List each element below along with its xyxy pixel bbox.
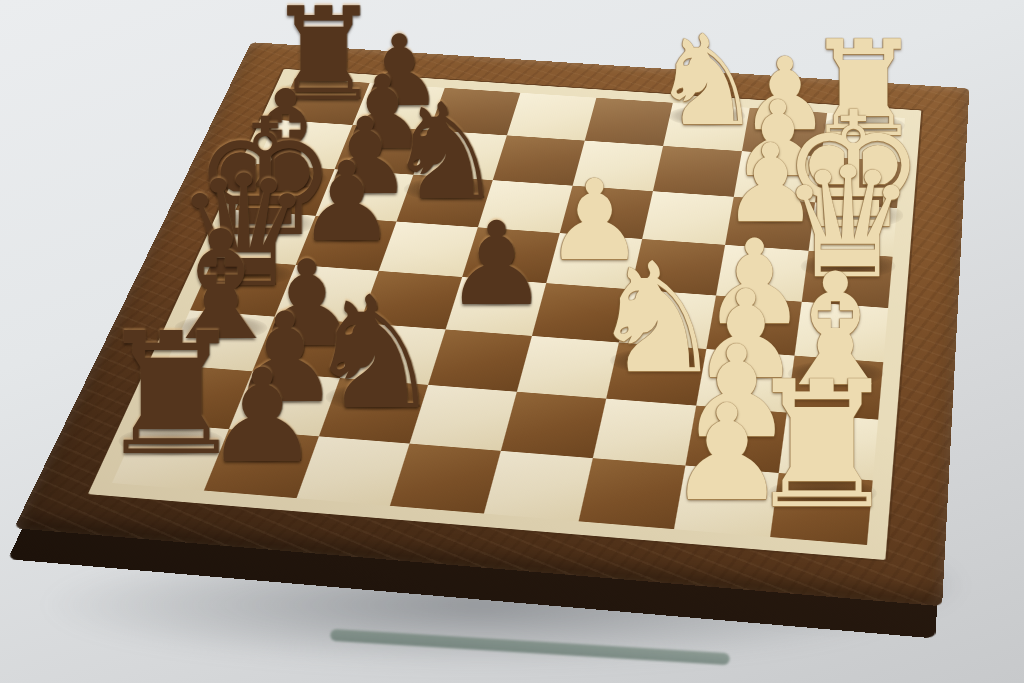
piece-black-knight-b6[interactable]: ♞ <box>304 276 444 432</box>
square-h5[interactable] <box>507 93 596 141</box>
piece-black-pawn-a7[interactable]: ♟ <box>204 352 320 481</box>
square-a4[interactable] <box>484 451 593 521</box>
chess-photo-scene: ♜♟♞♟♜♟♟♝♟♞♟♚♚♟♟♛♛♟♟♝♟♞♟♝♟♞♟♜♟♟♜ <box>0 0 1024 683</box>
square-a5[interactable] <box>390 444 501 514</box>
piece-black-pawn-d5[interactable]: ♟ <box>445 207 548 322</box>
piece-white-rook-a1[interactable]: ♜ <box>744 358 901 533</box>
